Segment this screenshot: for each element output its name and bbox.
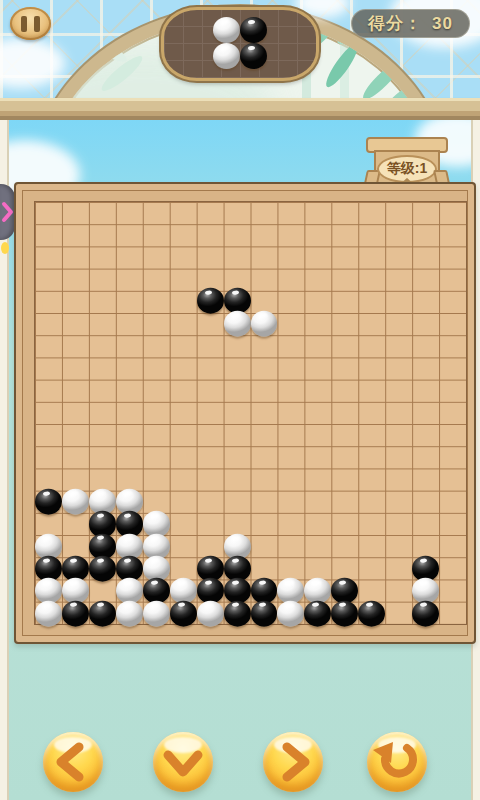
- white-stone: [116, 600, 143, 626]
- black-stone: [304, 600, 331, 626]
- bamboo-leaf: [78, 29, 130, 66]
- white-stone: [224, 310, 251, 336]
- white-stone-preview: [213, 43, 240, 69]
- move-left-button[interactable]: [43, 732, 103, 792]
- white-stone: [143, 600, 170, 626]
- wall-ledge: [0, 98, 480, 120]
- pause-icon: [21, 16, 27, 32]
- black-stone: [89, 556, 116, 582]
- rotate-arrow-icon: [367, 732, 427, 792]
- score-value: 30: [432, 14, 453, 34]
- white-stone: [197, 600, 224, 626]
- score-label: 得分：: [368, 12, 422, 35]
- black-stone: [170, 600, 197, 626]
- pause-button[interactable]: [10, 7, 51, 40]
- game-board: [14, 182, 476, 644]
- chevron-right-pink-icon: [0, 197, 15, 227]
- cloud: [0, 38, 65, 88]
- black-stone: [89, 600, 116, 626]
- pause-icon: [34, 16, 40, 32]
- black-stone-preview: [240, 43, 267, 69]
- white-stone: [277, 600, 304, 626]
- tab-decoration: [1, 242, 9, 254]
- white-stone: [62, 489, 89, 515]
- black-stone: [224, 600, 251, 626]
- chevron-down-icon: [153, 732, 213, 792]
- black-stone: [35, 489, 62, 515]
- black-stone-preview: [240, 17, 267, 43]
- next-piece-panel: [161, 7, 319, 81]
- black-stone: [412, 600, 439, 626]
- black-stone: [251, 600, 278, 626]
- white-stone: [35, 600, 62, 626]
- black-stone: [358, 600, 385, 626]
- board-stones: [35, 201, 466, 625]
- score-display: 得分： 30: [351, 9, 470, 38]
- black-stone: [331, 600, 358, 626]
- move-down-button[interactable]: [153, 732, 213, 792]
- white-stone: [251, 310, 278, 336]
- game-screen: 得分： 30 等级:1: [0, 0, 480, 800]
- rotate-undo-button[interactable]: [367, 732, 427, 792]
- black-stone: [197, 288, 224, 314]
- chevron-left-icon: [43, 732, 103, 792]
- next-piece-stones: [213, 17, 267, 69]
- white-stone-preview: [213, 17, 240, 43]
- side-drawer-tab[interactable]: [0, 184, 15, 240]
- chevron-right-icon: [263, 732, 323, 792]
- black-stone: [62, 600, 89, 626]
- play-area: 等级:1: [0, 120, 480, 800]
- move-right-button[interactable]: [263, 732, 323, 792]
